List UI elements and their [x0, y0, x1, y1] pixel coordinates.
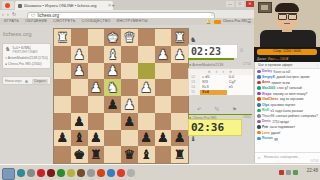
board-square[interactable]: ♜ — [54, 29, 71, 46]
taskbar-app-icon[interactable] — [37, 169, 45, 177]
new-tab-button[interactable]: + — [109, 2, 117, 9]
board-square[interactable] — [155, 96, 172, 113]
chat-text: привет всем — [271, 80, 289, 84]
wall-picture-frame — [258, 2, 272, 13]
nav-item-обучение[interactable]: ОБУЧЕНИЕ — [25, 19, 47, 23]
avatar — [257, 120, 261, 124]
nav-item-сообщество[interactable]: СООБЩЕСТВО — [82, 19, 111, 23]
board-square[interactable] — [88, 63, 105, 80]
bookmark-star-icon[interactable]: ☆ — [210, 11, 214, 17]
captured-by-black: ♝ — [190, 135, 196, 143]
black-p-piece[interactable]: ♟ — [73, 115, 85, 128]
donation-progress-bar: Сбор: 1250 / 5000 — [257, 49, 317, 55]
toggle-knob[interactable] — [25, 80, 28, 83]
donation-label: Донат: — [257, 57, 268, 61]
board-square[interactable]: ♟ — [121, 113, 138, 130]
white-p-piece[interactable]: ♟ — [73, 48, 85, 61]
chat-username[interactable]: Игорь — [262, 92, 271, 96]
board-square[interactable] — [54, 79, 71, 96]
board-square[interactable]: ♟ — [138, 130, 155, 147]
black-p-piece[interactable]: ♟ — [107, 98, 119, 111]
active-tab[interactable]: Шахматы • Играть ONLINE • lichess.org × — [15, 1, 113, 10]
chat-username[interactable]: Kirill — [262, 108, 269, 112]
white-p-piece[interactable]: ♟ — [90, 81, 102, 94]
taskbar-app-icon[interactable] — [57, 169, 65, 177]
white-player-row[interactable]: ● ArtemModelist2138 1710 — [189, 62, 252, 67]
taskbar-app-icon[interactable] — [117, 169, 125, 177]
board-square[interactable]: ♚ — [71, 146, 88, 163]
board-square[interactable] — [88, 96, 105, 113]
white-move[interactable]: Кe4 — [200, 90, 226, 95]
board-square[interactable] — [171, 79, 188, 96]
black-p-piece[interactable]: ♟ — [124, 115, 136, 128]
opera-icon — [5, 3, 10, 8]
tab-title: Шахматы • Играть ONLINE • lichess.org — [24, 3, 96, 8]
board-square[interactable]: ♛ — [121, 29, 138, 46]
chat-username[interactable]: Petr — [262, 125, 268, 129]
nav-item-смотреть[interactable]: СМОТРЕТЬ — [53, 19, 75, 23]
black-player-rating: 2300 — [243, 115, 251, 119]
taskbar-app-icon[interactable] — [27, 169, 35, 177]
avatar — [257, 114, 261, 118]
avatar — [257, 137, 261, 141]
white-p-piece[interactable]: ♟ — [174, 48, 186, 61]
white-clock-underline — [188, 58, 234, 60]
chat-text: gg — [274, 136, 278, 140]
board-square[interactable] — [54, 146, 71, 163]
window-controls: — □ ✕ — [226, 1, 254, 7]
webcam-overlay — [254, 0, 320, 47]
board-square[interactable] — [71, 79, 88, 96]
board-square[interactable] — [155, 29, 172, 46]
chat-text: красивая партия — [271, 103, 296, 107]
board-square[interactable] — [71, 96, 88, 113]
board-square[interactable]: ♟ — [138, 79, 155, 96]
board-square[interactable]: ♟ — [71, 46, 88, 63]
security-shield-icon: 🛡 — [31, 13, 36, 18]
chat-message: Timur99сколько рейтинг соперника? — [255, 114, 320, 120]
board-square[interactable] — [155, 113, 172, 130]
chat-username[interactable]: Timur99 — [262, 114, 274, 118]
chat-text: е5 надо было раньше — [271, 108, 303, 112]
avatar — [257, 92, 261, 96]
taskbar-clock: 22:48 — [307, 168, 318, 173]
white-player-link[interactable]: ○ ArtemModelist2138 (1710) — [5, 56, 48, 60]
board-square[interactable] — [104, 146, 121, 163]
captured-by-white: ♞ — [190, 36, 196, 44]
user-badge-icon — [214, 20, 221, 25]
board-square[interactable]: ♛ — [121, 146, 138, 163]
avatar — [257, 81, 261, 85]
board-square[interactable]: ♟ — [71, 63, 88, 80]
black-player-link[interactable]: ● Chess-Pro-985 (2300) — [5, 62, 48, 66]
taskbar-app-icon[interactable] — [87, 169, 95, 177]
chat-text: давай быстрее, время — [276, 75, 309, 79]
white-p-piece[interactable]: ♟ — [107, 64, 119, 77]
chat-char-counter: 0/200 — [311, 159, 320, 163]
board-square[interactable] — [155, 79, 172, 96]
white-b-piece[interactable]: ♝ — [107, 48, 119, 61]
board-square[interactable] — [88, 113, 105, 130]
donation-widget: Сбор: 1250 / 5000 Донат: Иван — 100 ₽ — [254, 47, 320, 62]
board-square[interactable] — [121, 46, 138, 63]
tray-icon[interactable] — [286, 170, 291, 175]
move-list[interactable]: 12c:d50-013Кf3Сg714Кc3e515Кe4 — [188, 75, 254, 97]
board-square[interactable]: ♟ — [104, 96, 121, 113]
chat-text: Коня на е4! — [274, 69, 291, 73]
black-r-piece[interactable]: ♜ — [174, 148, 186, 161]
taskbar-icons — [17, 169, 135, 177]
board-square[interactable]: ♚ — [104, 29, 121, 46]
chat-text: слон g7 сильный — [277, 86, 302, 90]
board-square[interactable] — [138, 96, 155, 113]
board-square[interactable] — [138, 29, 155, 46]
chat-input[interactable]: Написать сообщение... — [264, 155, 300, 159]
chat-username[interactable]: VladChess — [262, 97, 278, 101]
board-square[interactable]: ♝ — [138, 146, 155, 163]
black-b-piece[interactable]: ♝ — [140, 148, 152, 161]
lichess-nav-items: ИГРАТЬОБУЧЕНИЕСМОТРЕТЬСООБЩЕСТВОИНСТРУМЕ… — [4, 19, 154, 23]
system-tray — [279, 170, 298, 175]
minimize-button[interactable]: — — [226, 1, 234, 7]
black-b-piece[interactable]: ♝ — [73, 131, 85, 144]
taskbar-app-icon[interactable] — [47, 169, 55, 177]
live-chat-panel: Чат в прямом эфире ⋮ DmitryКоня на е4!Se… — [254, 62, 320, 163]
board-square[interactable]: ♟ — [54, 130, 71, 147]
chess-board[interactable]: ♜♚♛♜♟♝♟♟♟♟♟♞♟♟♟♟♟♟♝♟♟♟♟♚♜♛♝♜ — [53, 28, 189, 164]
board-square[interactable]: ♟ — [121, 96, 138, 113]
white-player-rating: 1710 — [243, 62, 251, 66]
board-square[interactable] — [54, 96, 71, 113]
board-square[interactable]: ♟ — [104, 63, 121, 80]
avatar — [257, 86, 261, 90]
site-favicon — [18, 4, 22, 8]
board-square[interactable] — [104, 113, 121, 130]
board-square[interactable]: ♟ — [71, 113, 88, 130]
avatar — [257, 125, 261, 129]
black-q-piece[interactable]: ♛ — [124, 148, 136, 161]
chat-message-list[interactable]: DmitryКоня на е4!SergeyKдавай быстрее, в… — [255, 69, 320, 152]
chat-username[interactable]: Anna — [262, 80, 270, 84]
chat-text: почему не взял пешку? — [273, 92, 307, 96]
white-p-piece[interactable]: ♟ — [157, 48, 169, 61]
board-square[interactable]: ♟ — [155, 130, 172, 147]
black-p-piece[interactable]: ♟ — [90, 131, 102, 144]
game-info-line2: РЕЙТИНГОВАЯ — [5, 50, 48, 54]
white-clock: 02:23 — [188, 44, 238, 59]
black-p-piece[interactable]: ♟ — [140, 131, 152, 144]
board-square[interactable] — [71, 29, 88, 46]
board-square[interactable] — [138, 46, 155, 63]
white-r-piece[interactable]: ♜ — [57, 31, 69, 44]
glasses-icon — [278, 13, 297, 19]
board-square[interactable] — [171, 63, 188, 80]
streamer-hair — [275, 3, 299, 12]
lichess-logo[interactable]: lichess.org — [3, 31, 32, 37]
chat-username[interactable]: Roman — [262, 136, 273, 140]
chat-text: часы поджимают — [270, 125, 295, 129]
taskbar: 22:48 — [0, 164, 320, 180]
avatar — [257, 131, 261, 135]
chat-text: удачи! — [271, 131, 280, 135]
maximize-button[interactable]: □ — [236, 1, 244, 7]
black-p-piece[interactable]: ♟ — [57, 131, 69, 144]
board-square[interactable] — [54, 113, 71, 130]
streamer-torso — [260, 30, 316, 47]
chat-text: 1710 вроде — [272, 119, 289, 123]
hamburger-menu-icon[interactable]: ☰ — [247, 19, 251, 24]
desktop-screenshot: Шахматы • Играть ONLINE • lichess.org × … — [0, 0, 320, 180]
donation-value: Иван — 100 ₽ — [268, 57, 289, 61]
board-square[interactable]: ♟ — [155, 46, 172, 63]
board-square[interactable] — [88, 29, 105, 46]
board-square[interactable] — [138, 113, 155, 130]
strip-label: Новая игра — [5, 79, 22, 83]
board-square[interactable]: ♝ — [104, 46, 121, 63]
streamer-mouth — [284, 23, 290, 24]
tray-icon[interactable] — [279, 170, 284, 175]
board-square[interactable]: ♜ — [171, 146, 188, 163]
emoji-icon[interactable]: ☺ — [257, 155, 261, 160]
board-square[interactable]: ♜ — [88, 146, 105, 163]
avatar — [257, 70, 261, 74]
board-square[interactable] — [54, 46, 71, 63]
white-player-name: ArtemModelist2138 — [192, 63, 223, 67]
chat-username[interactable]: SergeyK — [262, 75, 275, 79]
move-number: 15 — [189, 90, 200, 95]
avatar — [257, 103, 261, 107]
avatar — [257, 109, 261, 113]
url-text: lichess.org — [38, 13, 60, 18]
move-row[interactable]: 15Кe4 — [189, 90, 253, 95]
board-square[interactable] — [104, 130, 121, 147]
chat-text: ход за черными — [280, 97, 303, 101]
board-square[interactable]: ♟ — [171, 46, 188, 63]
board-square[interactable]: ♟ — [171, 130, 188, 147]
strip-button[interactable]: Создать — [32, 79, 48, 84]
nav-item-играть[interactable]: ИГРАТЬ — [4, 19, 19, 23]
close-button[interactable]: ✕ — [246, 1, 254, 7]
black-p-piece[interactable]: ♟ — [174, 131, 186, 144]
black-move[interactable] — [227, 90, 253, 95]
chat-header: Чат в прямом эфире — [255, 62, 320, 69]
nav-item-инструменты[interactable]: ИНСТРУМЕНТЫ — [117, 19, 148, 23]
white-k-piece[interactable]: ♚ — [107, 31, 119, 44]
blitz-knight-icon: ♞ — [5, 46, 10, 53]
start-button[interactable] — [2, 168, 15, 180]
board-square[interactable] — [121, 79, 138, 96]
board-square[interactable]: ♞ — [104, 79, 121, 96]
tray-icon[interactable] — [293, 170, 298, 175]
white-q-piece[interactable]: ♛ — [124, 31, 136, 44]
taskbar-app-icon[interactable] — [127, 169, 135, 177]
taskbar-app-icon[interactable] — [17, 169, 25, 177]
chat-username[interactable]: Max2000 — [262, 86, 275, 90]
black-p-piece[interactable]: ♟ — [157, 131, 169, 144]
board-square[interactable] — [138, 63, 155, 80]
white-p-piece[interactable]: ♟ — [140, 81, 152, 94]
avatar — [257, 75, 261, 79]
board-square[interactable] — [88, 46, 105, 63]
black-k-piece[interactable]: ♚ — [73, 148, 85, 161]
logged-in-username[interactable]: Chess-Pro-985 — [223, 19, 247, 23]
board-square[interactable] — [155, 146, 172, 163]
chat-username[interactable]: Lena — [262, 131, 269, 135]
chat-menu-icon[interactable]: ⋮ — [315, 62, 319, 69]
game-info-box: ♞ 5+0 • БЛИЦ РЕЙТИНГОВАЯ ○ ArtemModelist… — [2, 43, 51, 69]
taskbar-app-icon[interactable] — [77, 169, 85, 177]
white-r-piece[interactable]: ♜ — [174, 31, 186, 44]
board-square[interactable]: ♟ — [88, 130, 105, 147]
notifications-bell-icon[interactable]: 🔔 — [206, 19, 211, 24]
game-action-buttons[interactable]: ↶ ½ ⚑ — [188, 106, 252, 113]
board-square[interactable]: ♝ — [71, 130, 88, 147]
chat-username[interactable]: Olga — [262, 103, 269, 107]
sidebar-strip: Новая игра Создать — [2, 76, 51, 85]
donation-last-line: Донат: Иван — 100 ₽ — [257, 57, 288, 61]
white-p-piece[interactable]: ♟ — [124, 98, 136, 111]
taskbar-app-icon[interactable] — [107, 169, 115, 177]
chat-input-area: ☺ Написать сообщение... 0/200 — [255, 152, 320, 164]
black-clock-active: 02:36 — [188, 119, 242, 136]
board-square[interactable] — [171, 113, 188, 130]
white-n-piece[interactable]: ♞ — [107, 81, 119, 94]
board-square[interactable]: ♜ — [171, 29, 188, 46]
chat-text: сколько рейтинг соперника? — [276, 114, 318, 118]
chat-username[interactable]: Dmitry — [262, 69, 272, 73]
browser-nav-icons[interactable]: ‹ › ↻ — [2, 11, 17, 17]
board-square[interactable] — [155, 63, 172, 80]
board-square[interactable] — [121, 130, 138, 147]
board-square[interactable]: ♟ — [88, 79, 105, 96]
browser-menu-tab[interactable] — [2, 1, 14, 9]
black-r-piece[interactable]: ♜ — [90, 148, 102, 161]
white-p-piece[interactable]: ♟ — [73, 64, 85, 77]
chat-message: Romangg — [255, 136, 320, 142]
chat-username[interactable]: Denis — [262, 119, 271, 123]
avatar — [257, 97, 261, 101]
board-square[interactable] — [54, 63, 71, 80]
gear-icon[interactable]: ⚙ — [239, 47, 243, 53]
taskbar-app-icon[interactable] — [67, 169, 75, 177]
taskbar-app-icon[interactable] — [97, 169, 105, 177]
board-square[interactable] — [171, 96, 188, 113]
board-square[interactable] — [121, 63, 138, 80]
